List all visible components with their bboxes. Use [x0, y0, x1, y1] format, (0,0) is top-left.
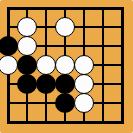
intersection-a3[interactable] [0, 75, 18, 94]
intersection-e6[interactable] [75, 18, 94, 37]
board-grid [0, 0, 132, 132]
black-stone [0, 36, 18, 56]
intersection-g3[interactable] [113, 75, 132, 94]
black-stone [55, 74, 75, 94]
white-stone [74, 74, 94, 94]
intersection-d7[interactable] [56, 0, 75, 18]
intersection-b5[interactable] [18, 37, 37, 56]
intersection-d2[interactable] [56, 94, 75, 113]
intersection-e5[interactable] [75, 37, 94, 56]
intersection-b4[interactable] [18, 56, 37, 75]
intersection-g2[interactable] [113, 94, 132, 113]
intersection-g7[interactable] [113, 0, 132, 18]
intersection-f3[interactable] [94, 75, 113, 94]
intersection-d3[interactable] [56, 75, 75, 94]
intersection-f2[interactable] [94, 94, 113, 113]
white-stone [17, 17, 37, 37]
intersection-f1[interactable] [94, 113, 113, 132]
black-stone [55, 93, 75, 113]
intersection-c5[interactable] [37, 37, 56, 56]
intersection-d1[interactable] [56, 113, 75, 132]
white-stone [74, 93, 94, 113]
intersection-e7[interactable] [75, 0, 94, 18]
intersection-g4[interactable] [113, 56, 132, 75]
intersection-c6[interactable] [37, 18, 56, 37]
intersection-b3[interactable] [18, 75, 37, 94]
white-stone [0, 55, 18, 75]
intersection-g5[interactable] [113, 37, 132, 56]
black-stone [17, 74, 37, 94]
intersection-b7[interactable] [18, 0, 37, 18]
intersection-a1[interactable] [0, 113, 18, 132]
white-stone [55, 17, 75, 37]
intersection-c1[interactable] [37, 113, 56, 132]
intersection-c3[interactable] [37, 75, 56, 94]
intersection-c7[interactable] [37, 0, 56, 18]
intersection-f4[interactable] [94, 56, 113, 75]
intersection-a6[interactable] [0, 18, 18, 37]
black-stone [17, 55, 37, 75]
intersection-f7[interactable] [94, 0, 113, 18]
intersection-b6[interactable] [18, 18, 37, 37]
intersection-e1[interactable] [75, 113, 94, 132]
white-stone [74, 55, 94, 75]
intersection-c4[interactable] [37, 56, 56, 75]
intersection-e3[interactable] [75, 75, 94, 94]
go-board [0, 0, 133, 133]
intersection-d6[interactable] [56, 18, 75, 37]
intersection-d5[interactable] [56, 37, 75, 56]
intersection-e4[interactable] [75, 56, 94, 75]
intersection-b1[interactable] [18, 113, 37, 132]
white-stone [17, 36, 37, 56]
intersection-b2[interactable] [18, 94, 37, 113]
intersection-g6[interactable] [113, 18, 132, 37]
intersection-f6[interactable] [94, 18, 113, 37]
intersection-d4[interactable] [56, 56, 75, 75]
intersection-a5[interactable] [0, 37, 18, 56]
intersection-a2[interactable] [0, 94, 18, 113]
intersection-g1[interactable] [113, 113, 132, 132]
intersection-a7[interactable] [0, 0, 18, 18]
intersection-a4[interactable] [0, 56, 18, 75]
intersection-c2[interactable] [37, 94, 56, 113]
intersection-f5[interactable] [94, 37, 113, 56]
white-stone [36, 55, 56, 75]
black-stone [36, 74, 56, 94]
intersection-e2[interactable] [75, 94, 94, 113]
white-stone [55, 55, 75, 75]
